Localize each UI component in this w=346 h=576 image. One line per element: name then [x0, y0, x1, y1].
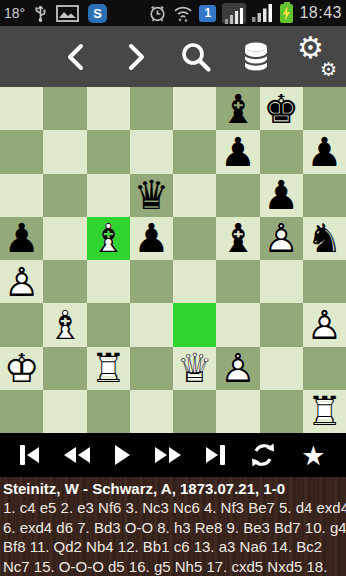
square-a2[interactable]: ♚♔	[0, 347, 43, 390]
white-q-piece: ♛	[173, 347, 216, 390]
white-piece-outline: ♔	[0, 347, 43, 390]
square-d8[interactable]	[130, 87, 173, 130]
gallery-icon	[56, 5, 79, 22]
white-piece-outline: ♗	[43, 303, 86, 346]
white-p-piece: ♟	[260, 217, 303, 260]
play-button[interactable]	[115, 445, 130, 465]
square-c6[interactable]	[87, 174, 130, 217]
black-b-piece: ♝	[216, 87, 259, 130]
square-h6[interactable]	[303, 174, 346, 217]
square-d6[interactable]: ♛	[130, 174, 173, 217]
square-h7[interactable]: ♟	[303, 130, 346, 173]
white-piece-outline: ♙	[260, 217, 303, 260]
square-b3[interactable]: ♝♗	[43, 303, 86, 346]
square-a4[interactable]: ♟♙	[0, 260, 43, 303]
signal-icon	[252, 4, 272, 22]
white-r-piece: ♜	[303, 390, 346, 433]
square-a3[interactable]	[0, 303, 43, 346]
status-bar-left: 18° S	[4, 4, 107, 23]
fast-forward-button[interactable]	[155, 447, 181, 463]
square-e7[interactable]	[173, 130, 216, 173]
square-h3[interactable]: ♟♙	[303, 303, 346, 346]
black-p-piece: ♟	[0, 217, 43, 260]
square-f2[interactable]: ♟♙	[216, 347, 259, 390]
square-h1[interactable]: ♜♖	[303, 390, 346, 433]
square-e3[interactable]	[173, 303, 216, 346]
black-p-piece: ♟	[260, 174, 303, 217]
game-info-panel[interactable]: Steinitz, W - Schwarz, A, 1873.07.21, 1-…	[0, 477, 346, 576]
white-p-piece: ♟	[303, 303, 346, 346]
square-b5[interactable]	[43, 217, 86, 260]
moves-line: 1. c4 e5 2. e3 Nf6 3. Nc3 Nc6 4. Nf3 Be7…	[3, 498, 343, 518]
black-q-piece: ♛	[130, 174, 173, 217]
square-c2[interactable]: ♜♖	[87, 347, 130, 390]
star-icon: ★	[301, 442, 325, 469]
square-c3[interactable]	[87, 303, 130, 346]
next-game-button[interactable]	[116, 35, 156, 79]
chevron-left-icon	[63, 41, 89, 73]
skip-to-end-button[interactable]	[206, 445, 225, 465]
search-button[interactable]	[176, 35, 216, 79]
database-icon	[241, 40, 271, 73]
rewind-button[interactable]	[64, 447, 90, 463]
favorite-button[interactable]: ★	[301, 442, 325, 469]
square-g1[interactable]	[260, 390, 303, 433]
status-bar-right: 1 18:43	[148, 3, 342, 24]
square-g2[interactable]	[260, 347, 303, 390]
skip-to-start-button[interactable]	[20, 445, 39, 465]
square-b6[interactable]	[43, 174, 86, 217]
square-f1[interactable]	[216, 390, 259, 433]
black-p-piece: ♟	[130, 217, 173, 260]
chevron-right-icon	[123, 41, 149, 73]
white-piece-outline: ♖	[303, 390, 346, 433]
white-piece-outline: ♖	[87, 347, 130, 390]
white-piece-outline: ♙	[0, 260, 43, 303]
flip-board-button[interactable]	[250, 442, 276, 468]
square-c5[interactable]: ♝♗	[87, 217, 130, 260]
clock-text: 18:43	[299, 4, 342, 22]
play-icon	[115, 445, 130, 465]
square-h8[interactable]	[303, 87, 346, 130]
square-e5[interactable]	[173, 217, 216, 260]
skip-to-end-icon	[206, 447, 218, 463]
square-e4[interactable]	[173, 260, 216, 303]
skip-to-start-icon	[20, 445, 25, 465]
skype-icon: S	[88, 4, 107, 23]
square-c8[interactable]	[87, 87, 130, 130]
square-a5[interactable]: ♟	[0, 217, 43, 260]
playback-controls: ★	[0, 433, 346, 477]
square-h5[interactable]: ♞	[303, 217, 346, 260]
square-h4[interactable]	[303, 260, 346, 303]
square-c4[interactable]	[87, 260, 130, 303]
black-k-piece: ♚	[260, 87, 303, 130]
fast-forward-icon	[155, 447, 167, 463]
square-b2[interactable]	[43, 347, 86, 390]
chess-board[interactable]: ♝♚♟♟♛♟♟♝♗♟♝♟♙♞♟♙♝♗♟♙♚♔♜♖♛♕♟♙♜♖	[0, 87, 346, 433]
white-piece-outline: ♕	[173, 347, 216, 390]
moves-line: Bf8 11. Qd2 Nb4 12. Bb1 c6 13. a3 Na6 14…	[3, 537, 343, 557]
square-d5[interactable]: ♟	[130, 217, 173, 260]
square-d4[interactable]	[130, 260, 173, 303]
database-button[interactable]	[236, 35, 276, 79]
settings-button[interactable]: ⚙ ⚙	[296, 35, 336, 79]
square-f6[interactable]	[216, 174, 259, 217]
square-b1[interactable]	[43, 390, 86, 433]
square-c7[interactable]	[87, 130, 130, 173]
white-p-piece: ♟	[0, 260, 43, 303]
black-b-piece: ♝	[216, 217, 259, 260]
square-f3[interactable]	[216, 303, 259, 346]
white-piece-outline: ♙	[303, 303, 346, 346]
square-g5[interactable]: ♟♙	[260, 217, 303, 260]
square-a1[interactable]	[0, 390, 43, 433]
square-f8[interactable]: ♝	[216, 87, 259, 130]
refresh-icon	[250, 442, 276, 468]
black-p-piece: ♟	[216, 130, 259, 173]
square-g7[interactable]	[260, 130, 303, 173]
notification-badge: 1	[199, 5, 216, 22]
square-d2[interactable]	[130, 347, 173, 390]
signal-boxed-icon	[222, 3, 246, 24]
gear-icon: ⚙ ⚙	[297, 37, 335, 77]
square-g8[interactable]: ♚	[260, 87, 303, 130]
square-e1[interactable]	[173, 390, 216, 433]
white-b-piece: ♝	[87, 217, 130, 260]
wifi-icon	[173, 5, 193, 22]
black-n-piece: ♞	[303, 217, 346, 260]
square-d1[interactable]	[130, 390, 173, 433]
rewind-icon	[64, 447, 76, 463]
white-piece-outline: ♙	[216, 347, 259, 390]
temperature-text: 18°	[4, 5, 25, 21]
white-b-piece: ♝	[43, 303, 86, 346]
square-e6[interactable]	[173, 174, 216, 217]
square-b7[interactable]	[43, 130, 86, 173]
square-d7[interactable]	[130, 130, 173, 173]
square-d3[interactable]	[130, 303, 173, 346]
previous-game-button[interactable]	[56, 35, 96, 79]
toolbar: ⚙ ⚙	[0, 26, 346, 87]
moves-line: Nc7 15. O-O-O d5 16. g5 Nh5 17. cxd5 Nxd…	[3, 557, 343, 576]
square-b4[interactable]	[43, 260, 86, 303]
alarm-icon	[148, 4, 167, 23]
square-f5[interactable]: ♝	[216, 217, 259, 260]
game-header: Steinitz, W - Schwarz, A, 1873.07.21, 1-…	[3, 480, 343, 498]
square-b8[interactable]	[43, 87, 86, 130]
white-r-piece: ♜	[87, 347, 130, 390]
black-p-piece: ♟	[303, 130, 346, 173]
square-g6[interactable]: ♟	[260, 174, 303, 217]
square-f7[interactable]: ♟	[216, 130, 259, 173]
square-a8[interactable]	[0, 87, 43, 130]
battery-icon	[280, 4, 293, 23]
white-piece-outline: ♗	[87, 217, 130, 260]
usb-icon	[34, 4, 47, 23]
white-p-piece: ♟	[216, 347, 259, 390]
square-c1[interactable]	[87, 390, 130, 433]
status-bar: 18° S	[0, 0, 346, 26]
square-e2[interactable]: ♛♕	[173, 347, 216, 390]
square-f4[interactable]	[216, 260, 259, 303]
square-g3[interactable]	[260, 303, 303, 346]
search-icon	[180, 41, 212, 73]
square-a7[interactable]	[0, 130, 43, 173]
white-k-piece: ♚	[0, 347, 43, 390]
moves-line: 6. exd4 d6 7. Bd3 O-O 8. h3 Re8 9. Be3 B…	[3, 518, 343, 538]
square-a6[interactable]	[0, 174, 43, 217]
square-g4[interactable]	[260, 260, 303, 303]
square-h2[interactable]	[303, 347, 346, 390]
square-e8[interactable]	[173, 87, 216, 130]
